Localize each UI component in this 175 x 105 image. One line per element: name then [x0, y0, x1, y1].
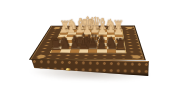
- black-rook: ♜: [113, 37, 127, 53]
- board-trim: ♜♞♝♚♛♝♞♜♟♟♟♟♟♟♟♟♟♟♟♟♟♟♟♟♜♞♝♚♛♝♞♜: [50, 29, 127, 53]
- carved-board-frame: ♜♞♝♚♛♝♞♜♟♟♟♟♟♟♟♟♟♟♟♟♟♟♟♟♜♞♝♚♛♝♞♜: [29, 25, 146, 60]
- chess-board: ♜♞♝♚♛♝♞♜♟♟♟♟♟♟♟♟♟♟♟♟♟♟♟♟♜♞♝♚♛♝♞♜: [51, 30, 125, 53]
- chess-set-product-photo: ♜♞♝♚♛♝♞♜♟♟♟♟♟♟♟♟♟♟♟♟♟♟♟♟♜♞♝♚♛♝♞♜: [0, 0, 175, 105]
- board-square: ♜: [116, 49, 126, 53]
